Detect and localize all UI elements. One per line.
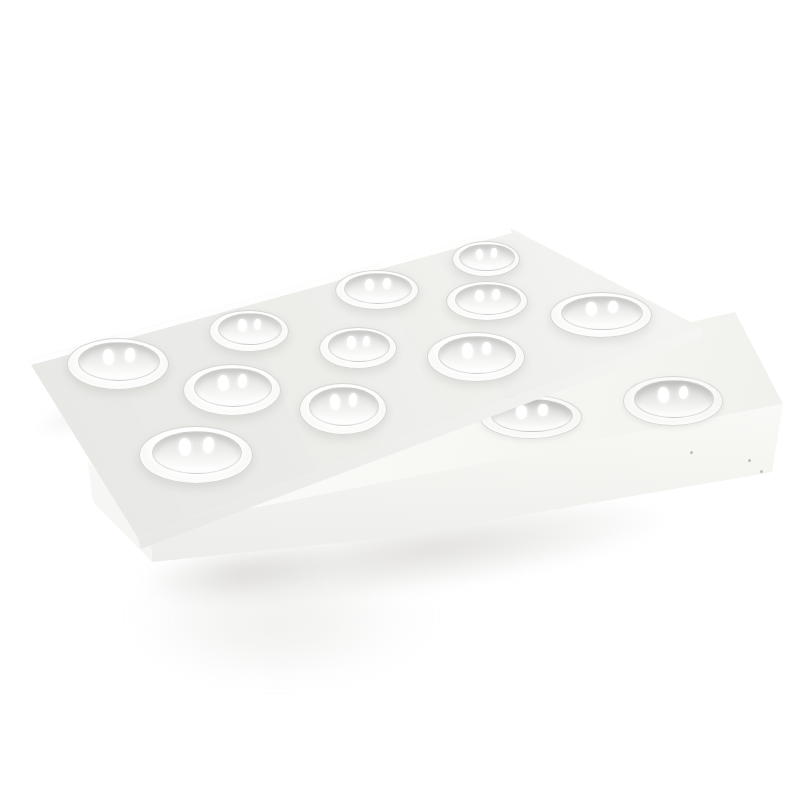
- cavity-highlight: [490, 248, 497, 258]
- cavity-highlight: [363, 335, 371, 347]
- cavity-bowl: [344, 273, 412, 303]
- cavity-highlight: [492, 289, 501, 300]
- cavity-bowl: [78, 342, 160, 381]
- cavity-highlight: [103, 349, 115, 366]
- mould-cavity: [183, 364, 281, 416]
- cavity-highlight: [382, 278, 391, 289]
- cavity-highlight: [254, 318, 262, 330]
- mould-cavity: [319, 327, 397, 369]
- cavity-bowl: [218, 313, 282, 345]
- cavity-highlight: [203, 437, 215, 454]
- cavity-bowl: [459, 244, 514, 272]
- cavity-bowl: [152, 431, 243, 474]
- cavity-bowl: [438, 336, 516, 374]
- cavity-highlight: [348, 393, 357, 408]
- cavity-bowl: [194, 368, 272, 407]
- mould-cavity: [335, 270, 419, 310]
- cavity-highlight: [124, 348, 135, 363]
- cavity-bowl: [455, 284, 521, 314]
- cavity-bowl: [561, 296, 643, 331]
- cavity-highlight: [607, 301, 618, 314]
- cavity-highlight: [330, 394, 341, 411]
- mould-cavity: [209, 310, 289, 352]
- product-photo-stage: [0, 0, 800, 800]
- cavity-highlight: [475, 289, 485, 302]
- cavity-highlight: [237, 319, 247, 333]
- cavity-highlight: [238, 374, 248, 389]
- cavity-highlight: [364, 278, 374, 291]
- mould-cavity: [452, 241, 520, 277]
- cavity-highlight: [586, 302, 598, 317]
- mould-cavity: [446, 281, 528, 321]
- top-tray-cavity-layer: [0, 0, 800, 800]
- cavity-highlight: [476, 249, 484, 261]
- mould-cavity: [299, 383, 387, 435]
- mould-cavity: [427, 332, 525, 382]
- cavity-highlight: [346, 336, 355, 350]
- cavity-highlight: [461, 342, 473, 358]
- mould-cavity: [67, 338, 169, 390]
- mould-cavity: [139, 426, 253, 484]
- cavity-highlight: [482, 342, 492, 356]
- cavity-highlight: [217, 375, 229, 392]
- cavity-bowl: [309, 387, 380, 426]
- cavity-highlight: [179, 438, 193, 457]
- mould-cavity: [550, 292, 652, 338]
